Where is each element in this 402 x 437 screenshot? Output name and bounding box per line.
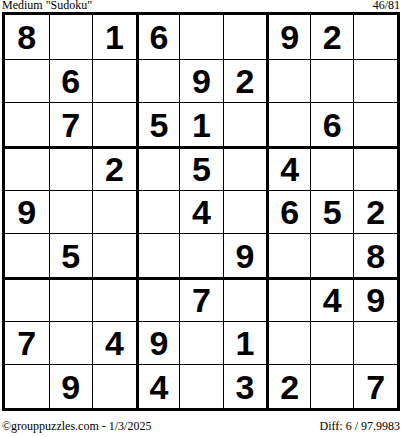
cell-r2c9-empty[interactable] [353,59,397,103]
cell-r9c4-given: 4 [136,364,180,408]
difficulty-rating: Diff: 6 / 97.9983 [320,419,400,433]
cell-r5c1-given: 9 [5,190,49,234]
cell-r4c4-empty[interactable] [136,146,180,190]
cell-r4c6-empty[interactable] [223,146,267,190]
cell-r5c9-given: 2 [353,190,397,234]
cell-r5c3-empty[interactable] [92,190,136,234]
cell-r1c3-given: 1 [92,15,136,59]
cell-r4c5-given: 5 [179,146,223,190]
puzzle-title: Medium "Sudoku" [2,0,92,12]
cell-r3c9-empty[interactable] [353,102,397,146]
cell-r5c8-given: 5 [310,190,354,234]
cell-r6c3-empty[interactable] [92,233,136,277]
cell-r6c2-given: 5 [49,233,93,277]
cell-r8c8-empty[interactable] [310,321,354,365]
cell-r1c8-given: 2 [310,15,354,59]
cell-r3c4-given: 5 [136,102,180,146]
cell-r4c2-empty[interactable] [49,146,93,190]
cell-r6c6-given: 9 [223,233,267,277]
cell-r1c4-given: 6 [136,15,180,59]
cell-r3c3-empty[interactable] [92,102,136,146]
cell-r6c8-empty[interactable] [310,233,354,277]
cell-r1c5-empty[interactable] [179,15,223,59]
cell-r5c2-empty[interactable] [49,190,93,234]
cell-r4c7-given: 4 [266,146,310,190]
cell-r1c9-empty[interactable] [353,15,397,59]
cell-r3c5-given: 1 [179,102,223,146]
cell-r5c4-empty[interactable] [136,190,180,234]
cell-r3c1-empty[interactable] [5,102,49,146]
cell-r1c7-given: 9 [266,15,310,59]
cell-r6c7-empty[interactable] [266,233,310,277]
cell-r1c1-given: 8 [5,15,49,59]
cell-r9c5-empty[interactable] [179,364,223,408]
cell-r5c6-empty[interactable] [223,190,267,234]
cell-r8c1-given: 7 [5,321,49,365]
copyright-date: ©grouppuzzles.com - 1/3/2025 [2,419,151,433]
cell-r2c8-empty[interactable] [310,59,354,103]
cell-r6c4-empty[interactable] [136,233,180,277]
cell-r2c2-given: 6 [49,59,93,103]
cell-r2c7-empty[interactable] [266,59,310,103]
cell-r2c1-empty[interactable] [5,59,49,103]
cell-r7c9-given: 9 [353,277,397,321]
cell-r4c9-empty[interactable] [353,146,397,190]
cell-r8c6-given: 1 [223,321,267,365]
cell-r8c5-empty[interactable] [179,321,223,365]
cell-r7c2-empty[interactable] [49,277,93,321]
cell-r5c5-given: 4 [179,190,223,234]
cell-r8c7-empty[interactable] [266,321,310,365]
cell-r7c8-given: 4 [310,277,354,321]
cell-r2c6-given: 2 [223,59,267,103]
cell-r6c9-given: 8 [353,233,397,277]
cell-r3c7-empty[interactable] [266,102,310,146]
sudoku-board: 81692692751625494652598749749194327 [2,12,400,411]
cell-r1c2-empty[interactable] [49,15,93,59]
cell-r9c3-empty[interactable] [92,364,136,408]
cell-r8c4-given: 9 [136,321,180,365]
sudoku-page: Medium "Sudoku" 46/81 816926927516254946… [0,0,402,437]
cell-r3c6-empty[interactable] [223,102,267,146]
cell-r8c9-empty[interactable] [353,321,397,365]
cell-r5c7-given: 6 [266,190,310,234]
cells-remaining-counter: 46/81 [373,0,400,12]
cell-r3c8-given: 6 [310,102,354,146]
cell-r2c5-given: 9 [179,59,223,103]
footer: ©grouppuzzles.com - 1/3/2025 Diff: 6 / 9… [2,419,400,433]
cell-r4c1-empty[interactable] [5,146,49,190]
header: Medium "Sudoku" 46/81 [2,0,400,12]
cell-r9c6-given: 3 [223,364,267,408]
cell-r8c3-given: 4 [92,321,136,365]
cell-r9c7-given: 2 [266,364,310,408]
cell-r8c2-empty[interactable] [49,321,93,365]
cell-r4c3-given: 2 [92,146,136,190]
cell-r7c7-empty[interactable] [266,277,310,321]
cell-r1c6-empty[interactable] [223,15,267,59]
cell-r7c4-empty[interactable] [136,277,180,321]
cell-r6c5-empty[interactable] [179,233,223,277]
cell-r9c8-empty[interactable] [310,364,354,408]
cell-r2c3-empty[interactable] [92,59,136,103]
cell-r7c5-given: 7 [179,277,223,321]
cell-r7c3-empty[interactable] [92,277,136,321]
cell-r9c1-empty[interactable] [5,364,49,408]
cell-r3c2-given: 7 [49,102,93,146]
cell-r7c1-empty[interactable] [5,277,49,321]
cell-r6c1-empty[interactable] [5,233,49,277]
cell-r7c6-empty[interactable] [223,277,267,321]
cell-r4c8-empty[interactable] [310,146,354,190]
cell-r2c4-empty[interactable] [136,59,180,103]
cell-r9c9-given: 7 [353,364,397,408]
cell-r9c2-given: 9 [49,364,93,408]
